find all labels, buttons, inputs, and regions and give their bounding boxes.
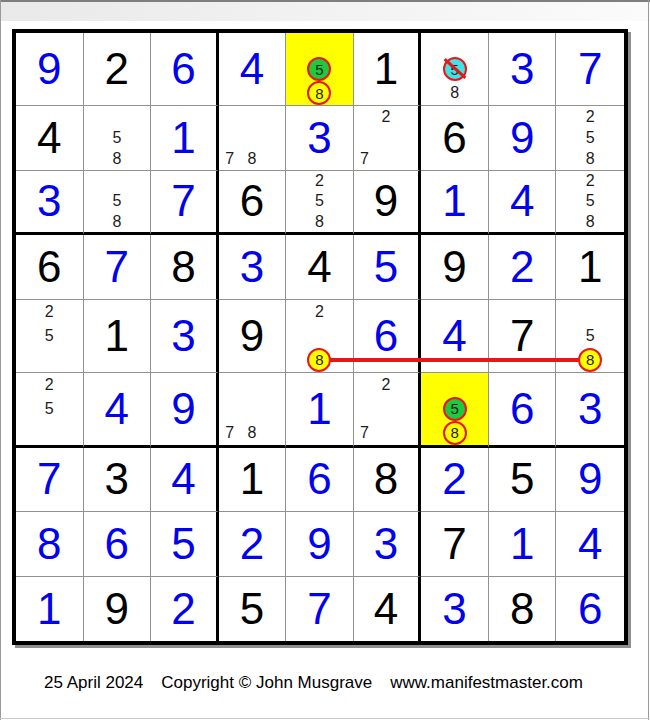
candidate-2: 2 <box>308 171 330 192</box>
cell-r4c2[interactable]: 7 <box>84 235 152 300</box>
cell-r5c5[interactable]: 28 <box>286 300 354 373</box>
cell-r6c1[interactable]: 25 <box>16 373 84 448</box>
footer-copyright: Copyright © John Musgrave <box>161 673 372 693</box>
solved-digit: 8 <box>37 522 61 566</box>
solved-digit: 2 <box>171 587 195 631</box>
candidate-5: 5 <box>443 57 467 81</box>
cell-r8c9[interactable]: 4 <box>556 512 624 577</box>
cell-r1c7[interactable]: 58 <box>421 33 489 106</box>
candidate-2: 2 <box>375 373 397 397</box>
given-digit: 4 <box>374 587 398 631</box>
cell-r8c5[interactable]: 9 <box>286 512 354 577</box>
cell-r3c6[interactable]: 9 <box>354 171 422 236</box>
solved-digit: 3 <box>37 179 61 223</box>
cell-r9c4[interactable]: 5 <box>219 577 287 642</box>
cell-r9c7[interactable]: 3 <box>421 577 489 642</box>
cell-r6c3[interactable]: 9 <box>151 373 219 448</box>
cell-r3c8[interactable]: 4 <box>489 171 557 236</box>
candidate-8: 8 <box>578 348 602 372</box>
solved-digit: 2 <box>510 245 534 289</box>
cell-r1c9[interactable]: 7 <box>556 33 624 106</box>
given-digit: 4 <box>37 116 61 160</box>
cell-r5c6[interactable]: 6 <box>354 300 422 373</box>
candidate-8: 8 <box>579 212 602 233</box>
given-digit: 1 <box>578 245 602 289</box>
cell-r1c2[interactable]: 2 <box>84 33 152 106</box>
candidate-7: 7 <box>219 421 241 445</box>
candidate-grid: 258 <box>556 171 624 233</box>
candidate-2: 2 <box>307 300 331 324</box>
cell-r4c1[interactable]: 6 <box>16 235 84 300</box>
cell-r7c8[interactable]: 5 <box>489 448 557 513</box>
cell-r7c6[interactable]: 8 <box>354 448 422 513</box>
solved-digit: 9 <box>171 387 195 431</box>
cell-r7c3[interactable]: 4 <box>151 448 219 513</box>
given-digit: 1 <box>240 457 264 501</box>
solved-digit: 6 <box>105 522 129 566</box>
candidate-8: 8 <box>443 81 467 105</box>
given-digit: 6 <box>37 245 61 289</box>
candidate-5: 5 <box>443 397 467 421</box>
solved-digit: 1 <box>171 116 195 160</box>
cell-r5c4[interactable]: 9 <box>219 300 287 373</box>
cell-r3c2[interactable]: 58 <box>84 171 152 236</box>
solved-digit: 3 <box>374 522 398 566</box>
candidate-8: 8 <box>106 212 128 233</box>
cell-r5c1[interactable]: 25 <box>16 300 84 373</box>
solved-digit: 6 <box>510 387 534 431</box>
candidate-grid: 78 <box>219 373 286 445</box>
footer-date: 25 April 2024 <box>44 673 143 693</box>
cell-r2c3[interactable]: 1 <box>151 106 219 171</box>
cell-r2c1[interactable]: 4 <box>16 106 84 171</box>
solved-digit: 3 <box>307 116 331 160</box>
cell-r1c4[interactable]: 4 <box>219 33 287 106</box>
solved-digit: 5 <box>374 245 398 289</box>
candidate-5: 5 <box>307 57 331 81</box>
candidate-8: 8 <box>308 212 330 233</box>
candidate-grid: 258 <box>286 171 353 233</box>
candidate-5: 5 <box>38 324 60 348</box>
given-digit: 9 <box>374 179 398 223</box>
cell-r1c8[interactable]: 3 <box>489 33 557 106</box>
cell-r7c5[interactable]: 6 <box>286 448 354 513</box>
candidate-5: 5 <box>308 191 330 212</box>
given-digit: 4 <box>307 245 331 289</box>
cell-r6c9[interactable]: 3 <box>556 373 624 448</box>
solved-digit: 9 <box>37 47 61 91</box>
candidate-5: 5 <box>38 397 60 421</box>
candidate-7: 7 <box>354 148 376 169</box>
solved-digit: 4 <box>105 387 129 431</box>
cell-r3c5[interactable]: 258 <box>286 171 354 236</box>
given-digit: 7 <box>510 314 534 358</box>
candidate-grid: 58 <box>421 373 488 445</box>
candidate-grid: 58 <box>421 33 488 105</box>
candidate-grid: 27 <box>354 106 419 170</box>
cell-r2c5[interactable]: 3 <box>286 106 354 171</box>
solved-digit: 1 <box>510 522 534 566</box>
cell-r8c7[interactable]: 7 <box>421 512 489 577</box>
candidate-8: 8 <box>106 148 128 169</box>
solved-digit: 4 <box>240 47 264 91</box>
cell-r1c6[interactable]: 1 <box>354 33 422 106</box>
candidate-5: 5 <box>578 324 602 348</box>
candidate-grid: 58 <box>84 171 151 233</box>
cell-r2c8[interactable]: 9 <box>489 106 557 171</box>
given-digit: 6 <box>240 179 264 223</box>
solved-digit: 1 <box>442 179 466 223</box>
solved-digit: 5 <box>171 522 195 566</box>
solved-digit: 3 <box>510 47 534 91</box>
candidate-2: 2 <box>38 300 60 324</box>
given-digit: 1 <box>105 314 129 358</box>
cell-r6c4[interactable]: 78 <box>219 373 287 448</box>
candidate-grid: 258 <box>556 106 624 170</box>
cell-r9c9[interactable]: 6 <box>556 577 624 642</box>
footer: 25 April 2024 Copyright © John Musgrave … <box>44 673 644 693</box>
candidate-2: 2 <box>579 171 602 192</box>
candidate-grid: 58 <box>84 106 151 170</box>
cell-r7c1[interactable]: 7 <box>16 448 84 513</box>
cell-r9c5[interactable]: 7 <box>286 577 354 642</box>
cell-r6c6[interactable]: 27 <box>354 373 422 448</box>
cell-r6c5[interactable]: 1 <box>286 373 354 448</box>
cell-r5c9[interactable]: 58 <box>556 300 624 373</box>
cell-r3c9[interactable]: 258 <box>556 171 624 236</box>
candidate-grid: 78 <box>219 106 286 170</box>
solved-digit: 2 <box>240 522 264 566</box>
solved-digit: 7 <box>171 179 195 223</box>
cell-r5c8[interactable]: 7 <box>489 300 557 373</box>
cell-r6c2[interactable]: 4 <box>84 373 152 448</box>
cell-r9c8[interactable]: 8 <box>489 577 557 642</box>
cell-r7c4[interactable]: 1 <box>219 448 287 513</box>
candidate-8: 8 <box>307 81 331 105</box>
given-digit: 6 <box>442 116 466 160</box>
candidate-5: 5 <box>579 127 602 148</box>
given-digit: 8 <box>374 457 398 501</box>
given-digit: 5 <box>510 457 534 501</box>
solved-digit: 4 <box>171 457 195 501</box>
sudoku-board: 9264581583745817832769258358762589142586… <box>12 29 628 645</box>
solved-digit: 3 <box>442 587 466 631</box>
given-digit: 9 <box>105 587 129 631</box>
candidate-8: 8 <box>241 421 263 445</box>
solved-digit: 7 <box>105 245 129 289</box>
cell-r9c6[interactable]: 4 <box>354 577 422 642</box>
solved-digit: 6 <box>307 457 331 501</box>
solved-digit: 1 <box>37 587 61 631</box>
candidate-5: 5 <box>106 127 128 148</box>
cell-r4c4[interactable]: 3 <box>219 235 287 300</box>
cell-r4c9[interactable]: 1 <box>556 235 624 300</box>
cell-r5c2[interactable]: 1 <box>84 300 152 373</box>
candidate-2: 2 <box>579 106 602 127</box>
cell-r8c4[interactable]: 2 <box>219 512 287 577</box>
candidate-7: 7 <box>354 421 376 445</box>
given-digit: 2 <box>105 47 129 91</box>
given-digit: 5 <box>240 587 264 631</box>
candidate-2: 2 <box>375 106 397 127</box>
cell-r2c7[interactable]: 6 <box>421 106 489 171</box>
cell-r3c3[interactable]: 7 <box>151 171 219 236</box>
solved-digit: 1 <box>307 387 331 431</box>
cell-r4c3[interactable]: 8 <box>151 235 219 300</box>
cell-r3c4[interactable]: 6 <box>219 171 287 236</box>
candidate-2: 2 <box>38 373 60 397</box>
cell-r4c6[interactable]: 5 <box>354 235 422 300</box>
solved-digit: 9 <box>510 116 534 160</box>
solved-digit: 9 <box>578 457 602 501</box>
cell-r2c9[interactable]: 258 <box>556 106 624 171</box>
candidate-8: 8 <box>443 421 467 445</box>
cell-r6c8[interactable]: 6 <box>489 373 557 448</box>
given-digit: 8 <box>171 245 195 289</box>
cell-r7c9[interactable]: 9 <box>556 448 624 513</box>
cell-r6c7[interactable]: 58 <box>421 373 489 448</box>
solved-digit: 7 <box>37 457 61 501</box>
given-digit: 9 <box>442 245 466 289</box>
cell-r8c1[interactable]: 8 <box>16 512 84 577</box>
solved-digit: 4 <box>578 522 602 566</box>
candidate-8: 8 <box>307 348 331 372</box>
cell-r4c8[interactable]: 2 <box>489 235 557 300</box>
cell-r1c5[interactable]: 58 <box>286 33 354 106</box>
window-left-edge <box>0 0 1 720</box>
cell-r1c3[interactable]: 6 <box>151 33 219 106</box>
window-top-band <box>0 0 650 21</box>
cell-r3c1[interactable]: 3 <box>16 171 84 236</box>
candidate-8: 8 <box>241 148 263 169</box>
cell-r9c3[interactable]: 2 <box>151 577 219 642</box>
footer-url[interactable]: www.manifestmaster.com <box>390 673 583 693</box>
window-right-edge <box>648 0 649 720</box>
solved-digit: 7 <box>307 587 331 631</box>
solved-digit: 3 <box>171 314 195 358</box>
solved-digit: 9 <box>307 522 331 566</box>
window-bottom-edge <box>0 718 650 719</box>
candidate-5: 5 <box>579 191 602 212</box>
cell-r8c6[interactable]: 3 <box>354 512 422 577</box>
cell-r2c4[interactable]: 78 <box>219 106 287 171</box>
cell-r5c7[interactable]: 4 <box>421 300 489 373</box>
cell-r8c2[interactable]: 6 <box>84 512 152 577</box>
cell-r7c2[interactable]: 3 <box>84 448 152 513</box>
solved-digit: 3 <box>578 387 602 431</box>
cell-r8c8[interactable]: 1 <box>489 512 557 577</box>
cell-r7c7[interactable]: 2 <box>421 448 489 513</box>
candidate-grid: 25 <box>16 300 83 372</box>
cell-r4c7[interactable]: 9 <box>421 235 489 300</box>
candidate-5: 5 <box>106 191 128 212</box>
cell-r3c7[interactable]: 1 <box>421 171 489 236</box>
solved-digit: 4 <box>442 314 466 358</box>
solved-digit: 3 <box>240 245 264 289</box>
cell-r5c3[interactable]: 3 <box>151 300 219 373</box>
solved-digit: 7 <box>578 47 602 91</box>
cell-r2c2[interactable]: 58 <box>84 106 152 171</box>
given-digit: 9 <box>240 314 264 358</box>
candidate-grid: 58 <box>286 33 353 105</box>
given-digit: 3 <box>105 457 129 501</box>
cell-r1c1[interactable]: 9 <box>16 33 84 106</box>
solved-digit: 6 <box>578 587 602 631</box>
candidate-grid: 25 <box>16 373 83 445</box>
cell-r4c5[interactable]: 4 <box>286 235 354 300</box>
candidate-8: 8 <box>579 148 602 169</box>
solved-digit: 6 <box>171 47 195 91</box>
given-digit: 7 <box>442 522 466 566</box>
strong-link-line <box>319 358 590 362</box>
given-digit: 1 <box>374 47 398 91</box>
cell-r2c6[interactable]: 27 <box>354 106 422 171</box>
solved-digit: 6 <box>374 314 398 358</box>
cell-r8c3[interactable]: 5 <box>151 512 219 577</box>
solved-digit: 4 <box>510 179 534 223</box>
given-digit: 8 <box>510 587 534 631</box>
solved-digit: 2 <box>442 457 466 501</box>
cell-r9c1[interactable]: 1 <box>16 577 84 642</box>
candidate-7: 7 <box>219 148 241 169</box>
cell-r9c2[interactable]: 9 <box>84 577 152 642</box>
candidate-grid: 27 <box>354 373 419 445</box>
